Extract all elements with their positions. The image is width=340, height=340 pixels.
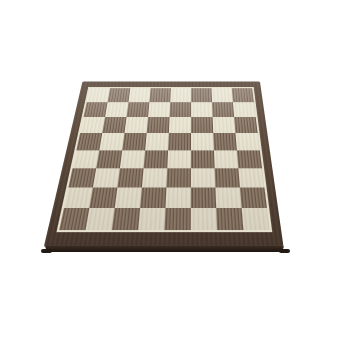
square-g1 (216, 208, 243, 230)
board-inner-border (56, 87, 272, 232)
square-f5 (191, 133, 214, 150)
square-e6 (169, 117, 191, 133)
square-b6 (102, 117, 126, 133)
square-e5 (168, 133, 191, 150)
square-c4 (120, 150, 145, 168)
square-g6 (213, 117, 236, 133)
square-e2 (165, 187, 190, 208)
square-h1 (242, 208, 270, 230)
board-side-edge (45, 246, 284, 252)
square-e8 (170, 88, 191, 102)
square-b2 (89, 187, 117, 208)
square-c7 (127, 102, 150, 117)
square-d3 (142, 168, 167, 187)
square-f8 (191, 88, 212, 102)
square-a8 (87, 88, 110, 102)
board-foot-right (279, 249, 290, 253)
square-f6 (191, 117, 213, 133)
square-f2 (191, 187, 216, 208)
board-grid (59, 88, 269, 230)
square-c2 (115, 187, 142, 208)
square-h2 (240, 187, 267, 208)
square-b3 (93, 168, 120, 187)
square-d7 (148, 102, 170, 117)
square-c5 (122, 133, 146, 150)
square-c8 (128, 88, 150, 102)
square-h7 (233, 102, 256, 117)
square-d5 (145, 133, 169, 150)
board-scene (61, 50, 274, 254)
square-a2 (64, 187, 93, 208)
square-g7 (212, 102, 234, 117)
square-e1 (164, 208, 190, 230)
chess-board (44, 82, 284, 248)
square-f3 (191, 168, 215, 187)
square-e4 (167, 150, 191, 168)
square-h4 (237, 150, 262, 168)
square-b5 (99, 133, 124, 150)
square-f1 (191, 208, 217, 230)
square-h6 (234, 117, 257, 133)
square-e7 (170, 102, 192, 117)
square-f4 (191, 150, 215, 168)
square-g8 (211, 88, 232, 102)
product-photo (0, 0, 340, 340)
square-c3 (117, 168, 143, 187)
square-a7 (83, 102, 107, 117)
square-g5 (213, 133, 237, 150)
square-g3 (215, 168, 240, 187)
square-b4 (96, 150, 122, 168)
square-d1 (138, 208, 165, 230)
square-g2 (215, 187, 241, 208)
square-a6 (80, 117, 105, 133)
square-a1 (59, 208, 89, 230)
board-foot-left (41, 249, 52, 253)
square-g4 (214, 150, 238, 168)
square-h8 (232, 88, 254, 102)
square-d8 (149, 88, 171, 102)
square-b1 (86, 208, 115, 230)
square-b8 (108, 88, 131, 102)
square-c1 (112, 208, 140, 230)
square-c6 (124, 117, 148, 133)
square-a4 (73, 150, 100, 168)
square-b7 (105, 102, 128, 117)
square-h3 (238, 168, 264, 187)
square-d2 (140, 187, 166, 208)
square-h5 (235, 133, 259, 150)
square-a3 (68, 168, 96, 187)
square-d4 (144, 150, 168, 168)
square-a5 (76, 133, 102, 150)
square-f7 (191, 102, 213, 117)
square-e3 (166, 168, 191, 187)
square-d6 (147, 117, 170, 133)
